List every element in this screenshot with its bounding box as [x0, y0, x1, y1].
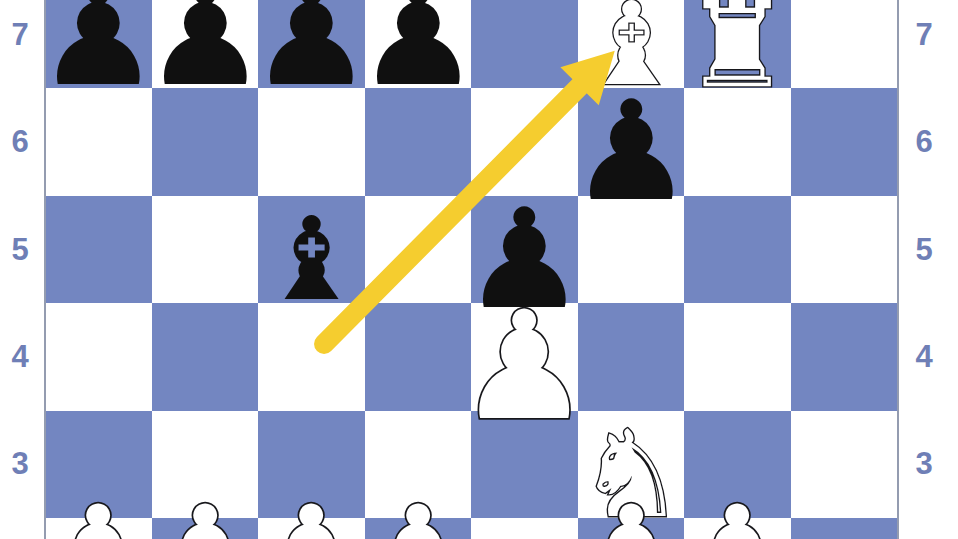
piece-white-pawn-d2[interactable]: ♟	[338, 481, 498, 539]
square-a5[interactable]	[45, 196, 152, 303]
board-right-edge	[897, 0, 899, 539]
square-b4[interactable]	[152, 303, 259, 410]
piece-white-pawn-g2[interactable]: ♟	[657, 481, 817, 539]
rank-label-left-3: 3	[11, 446, 28, 482]
rank-label-left-4: 4	[11, 339, 28, 375]
square-h6[interactable]	[791, 88, 898, 195]
square-b5[interactable]	[152, 196, 259, 303]
chess-board-view: 76543 76543 ♟♟♟♟♝♜♟♝♟♟♞♟♟♟♟♟♟	[0, 0, 958, 539]
piece-black-bishop-c5[interactable]: ♝	[250, 198, 372, 321]
square-a4[interactable]	[45, 303, 152, 410]
piece-black-pawn-d7[interactable]: ♟	[344, 0, 491, 111]
rank-label-right-4: 4	[915, 339, 932, 375]
rank-label-right-7: 7	[915, 17, 932, 53]
rank-label-right-3: 3	[915, 446, 932, 482]
rank-label-right-6: 6	[915, 124, 932, 160]
square-h5[interactable]	[791, 196, 898, 303]
rank-label-left-6: 6	[11, 124, 28, 160]
square-h4[interactable]	[791, 303, 898, 410]
square-h7[interactable]	[791, 0, 898, 88]
square-g4[interactable]	[684, 303, 791, 410]
rank-label-left-5: 5	[11, 232, 28, 268]
rank-label-right-5: 5	[915, 232, 932, 268]
